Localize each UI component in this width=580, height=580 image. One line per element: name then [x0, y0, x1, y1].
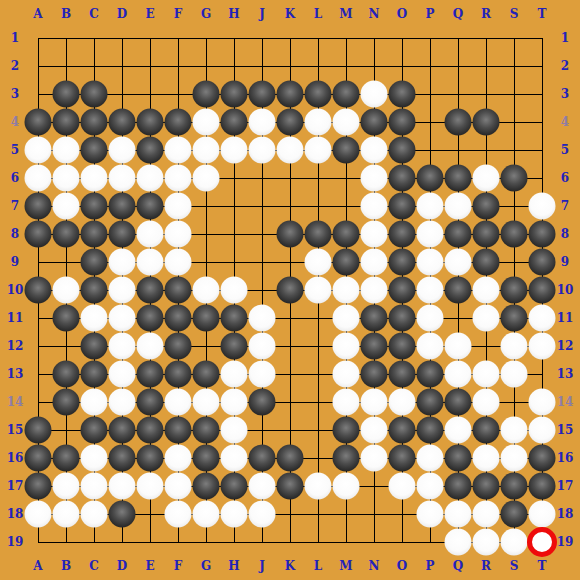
- point-E2[interactable]: [137, 53, 164, 80]
- stone-A5[interactable]: [25, 137, 52, 164]
- point-T13[interactable]: [529, 361, 556, 388]
- stone-N10[interactable]: [361, 277, 388, 304]
- stone-E16[interactable]: [137, 445, 164, 472]
- stone-D5[interactable]: [109, 137, 136, 164]
- stone-F13[interactable]: [165, 361, 192, 388]
- stone-S10[interactable]: [501, 277, 528, 304]
- stone-R18[interactable]: [473, 501, 500, 528]
- point-T2[interactable]: [529, 53, 556, 80]
- point-R2[interactable]: [473, 53, 500, 80]
- stone-Q12[interactable]: [445, 333, 472, 360]
- point-S1[interactable]: [501, 25, 528, 52]
- point-G2[interactable]: [193, 53, 220, 80]
- stone-N3[interactable]: [361, 81, 388, 108]
- point-T3[interactable]: [529, 81, 556, 108]
- point-S2[interactable]: [501, 53, 528, 80]
- stone-S18[interactable]: [501, 501, 528, 528]
- stone-T10[interactable]: [529, 277, 556, 304]
- point-F1[interactable]: [165, 25, 192, 52]
- stone-C12[interactable]: [81, 333, 108, 360]
- stone-O6[interactable]: [389, 165, 416, 192]
- stone-R8[interactable]: [473, 221, 500, 248]
- stone-P9[interactable]: [417, 249, 444, 276]
- point-L1[interactable]: [305, 25, 332, 52]
- stone-G4[interactable]: [193, 109, 220, 136]
- point-O1[interactable]: [389, 25, 416, 52]
- stone-B17[interactable]: [53, 473, 80, 500]
- point-D2[interactable]: [109, 53, 136, 80]
- stone-C14[interactable]: [81, 389, 108, 416]
- stone-N7[interactable]: [361, 193, 388, 220]
- stone-P14[interactable]: [417, 389, 444, 416]
- point-B15[interactable]: [53, 417, 80, 444]
- point-G8[interactable]: [193, 221, 220, 248]
- point-J9[interactable]: [249, 249, 276, 276]
- last-move-stone-T19[interactable]: [527, 527, 557, 557]
- stone-Q4[interactable]: [445, 109, 472, 136]
- stone-L10[interactable]: [305, 277, 332, 304]
- stone-H16[interactable]: [221, 445, 248, 472]
- stone-Q16[interactable]: [445, 445, 472, 472]
- stone-H13[interactable]: [221, 361, 248, 388]
- stone-F12[interactable]: [165, 333, 192, 360]
- stone-O8[interactable]: [389, 221, 416, 248]
- stone-M16[interactable]: [333, 445, 360, 472]
- stone-J13[interactable]: [249, 361, 276, 388]
- point-Q11[interactable]: [445, 305, 472, 332]
- stone-R17[interactable]: [473, 473, 500, 500]
- stone-C4[interactable]: [81, 109, 108, 136]
- stone-C10[interactable]: [81, 277, 108, 304]
- point-A12[interactable]: [25, 333, 52, 360]
- point-J1[interactable]: [249, 25, 276, 52]
- point-J10[interactable]: [249, 277, 276, 304]
- stone-Q10[interactable]: [445, 277, 472, 304]
- stone-N14[interactable]: [361, 389, 388, 416]
- stone-G15[interactable]: [193, 417, 220, 444]
- point-S14[interactable]: [501, 389, 528, 416]
- stone-C16[interactable]: [81, 445, 108, 472]
- point-H2[interactable]: [221, 53, 248, 80]
- point-F19[interactable]: [165, 529, 192, 556]
- stone-D16[interactable]: [109, 445, 136, 472]
- stone-Q14[interactable]: [445, 389, 472, 416]
- point-B1[interactable]: [53, 25, 80, 52]
- point-C1[interactable]: [81, 25, 108, 52]
- point-K18[interactable]: [277, 501, 304, 528]
- stone-E10[interactable]: [137, 277, 164, 304]
- point-D1[interactable]: [109, 25, 136, 52]
- point-B9[interactable]: [53, 249, 80, 276]
- stone-R15[interactable]: [473, 417, 500, 444]
- stone-O9[interactable]: [389, 249, 416, 276]
- point-N19[interactable]: [361, 529, 388, 556]
- stone-P17[interactable]: [417, 473, 444, 500]
- point-J19[interactable]: [249, 529, 276, 556]
- stone-M4[interactable]: [333, 109, 360, 136]
- stone-C11[interactable]: [81, 305, 108, 332]
- stone-Q9[interactable]: [445, 249, 472, 276]
- stone-G10[interactable]: [193, 277, 220, 304]
- stone-L3[interactable]: [305, 81, 332, 108]
- stone-R16[interactable]: [473, 445, 500, 472]
- stone-F10[interactable]: [165, 277, 192, 304]
- stone-H4[interactable]: [221, 109, 248, 136]
- stone-K8[interactable]: [277, 221, 304, 248]
- point-J15[interactable]: [249, 417, 276, 444]
- point-L2[interactable]: [305, 53, 332, 80]
- stone-J18[interactable]: [249, 501, 276, 528]
- point-L6[interactable]: [305, 165, 332, 192]
- stone-M10[interactable]: [333, 277, 360, 304]
- stone-R19[interactable]: [473, 529, 500, 556]
- stone-F16[interactable]: [165, 445, 192, 472]
- point-K7[interactable]: [277, 193, 304, 220]
- stone-N6[interactable]: [361, 165, 388, 192]
- stone-F9[interactable]: [165, 249, 192, 276]
- stone-P6[interactable]: [417, 165, 444, 192]
- point-B12[interactable]: [53, 333, 80, 360]
- stone-C5[interactable]: [81, 137, 108, 164]
- stone-M11[interactable]: [333, 305, 360, 332]
- stone-S11[interactable]: [501, 305, 528, 332]
- point-M1[interactable]: [333, 25, 360, 52]
- stone-G14[interactable]: [193, 389, 220, 416]
- stone-D7[interactable]: [109, 193, 136, 220]
- stone-C7[interactable]: [81, 193, 108, 220]
- point-K19[interactable]: [277, 529, 304, 556]
- stone-P10[interactable]: [417, 277, 444, 304]
- stone-P15[interactable]: [417, 417, 444, 444]
- point-S3[interactable]: [501, 81, 528, 108]
- stone-A7[interactable]: [25, 193, 52, 220]
- point-A14[interactable]: [25, 389, 52, 416]
- point-O2[interactable]: [389, 53, 416, 80]
- point-N2[interactable]: [361, 53, 388, 80]
- point-K6[interactable]: [277, 165, 304, 192]
- point-L11[interactable]: [305, 305, 332, 332]
- stone-O17[interactable]: [389, 473, 416, 500]
- point-P1[interactable]: [417, 25, 444, 52]
- point-K12[interactable]: [277, 333, 304, 360]
- point-E18[interactable]: [137, 501, 164, 528]
- stone-A10[interactable]: [25, 277, 52, 304]
- stone-N8[interactable]: [361, 221, 388, 248]
- stone-M9[interactable]: [333, 249, 360, 276]
- stone-Q8[interactable]: [445, 221, 472, 248]
- stone-D12[interactable]: [109, 333, 136, 360]
- stone-O12[interactable]: [389, 333, 416, 360]
- point-Q3[interactable]: [445, 81, 472, 108]
- point-D19[interactable]: [109, 529, 136, 556]
- stone-C15[interactable]: [81, 417, 108, 444]
- stone-K4[interactable]: [277, 109, 304, 136]
- point-A2[interactable]: [25, 53, 52, 80]
- stone-M8[interactable]: [333, 221, 360, 248]
- stone-B8[interactable]: [53, 221, 80, 248]
- point-L7[interactable]: [305, 193, 332, 220]
- point-L19[interactable]: [305, 529, 332, 556]
- point-P19[interactable]: [417, 529, 444, 556]
- stone-T8[interactable]: [529, 221, 556, 248]
- stone-C3[interactable]: [81, 81, 108, 108]
- point-T6[interactable]: [529, 165, 556, 192]
- stone-F7[interactable]: [165, 193, 192, 220]
- stone-M17[interactable]: [333, 473, 360, 500]
- stone-M15[interactable]: [333, 417, 360, 444]
- stone-L5[interactable]: [305, 137, 332, 164]
- stone-P13[interactable]: [417, 361, 444, 388]
- stone-M12[interactable]: [333, 333, 360, 360]
- stone-R10[interactable]: [473, 277, 500, 304]
- stone-F11[interactable]: [165, 305, 192, 332]
- stone-O11[interactable]: [389, 305, 416, 332]
- point-P2[interactable]: [417, 53, 444, 80]
- stone-S8[interactable]: [501, 221, 528, 248]
- stone-H17[interactable]: [221, 473, 248, 500]
- point-L18[interactable]: [305, 501, 332, 528]
- point-L16[interactable]: [305, 445, 332, 472]
- point-K2[interactable]: [277, 53, 304, 80]
- point-B19[interactable]: [53, 529, 80, 556]
- stone-N11[interactable]: [361, 305, 388, 332]
- point-D3[interactable]: [109, 81, 136, 108]
- point-G19[interactable]: [193, 529, 220, 556]
- stone-T18[interactable]: [529, 501, 556, 528]
- stone-Q7[interactable]: [445, 193, 472, 220]
- point-M19[interactable]: [333, 529, 360, 556]
- point-E3[interactable]: [137, 81, 164, 108]
- stone-J5[interactable]: [249, 137, 276, 164]
- stone-C8[interactable]: [81, 221, 108, 248]
- point-G7[interactable]: [193, 193, 220, 220]
- stone-A15[interactable]: [25, 417, 52, 444]
- stone-M13[interactable]: [333, 361, 360, 388]
- point-E1[interactable]: [137, 25, 164, 52]
- stone-D4[interactable]: [109, 109, 136, 136]
- point-B2[interactable]: [53, 53, 80, 80]
- stone-A16[interactable]: [25, 445, 52, 472]
- stone-B16[interactable]: [53, 445, 80, 472]
- stone-E5[interactable]: [137, 137, 164, 164]
- stone-T16[interactable]: [529, 445, 556, 472]
- stone-Q6[interactable]: [445, 165, 472, 192]
- point-P3[interactable]: [417, 81, 444, 108]
- stone-N9[interactable]: [361, 249, 388, 276]
- stone-D6[interactable]: [109, 165, 136, 192]
- point-K11[interactable]: [277, 305, 304, 332]
- point-A13[interactable]: [25, 361, 52, 388]
- stone-B10[interactable]: [53, 277, 80, 304]
- stone-J17[interactable]: [249, 473, 276, 500]
- stone-E11[interactable]: [137, 305, 164, 332]
- stone-B4[interactable]: [53, 109, 80, 136]
- point-H7[interactable]: [221, 193, 248, 220]
- stone-R13[interactable]: [473, 361, 500, 388]
- point-T4[interactable]: [529, 109, 556, 136]
- stone-B11[interactable]: [53, 305, 80, 332]
- stone-Q19[interactable]: [445, 529, 472, 556]
- point-L13[interactable]: [305, 361, 332, 388]
- point-R5[interactable]: [473, 137, 500, 164]
- point-J7[interactable]: [249, 193, 276, 220]
- stone-K17[interactable]: [277, 473, 304, 500]
- stone-S6[interactable]: [501, 165, 528, 192]
- point-S9[interactable]: [501, 249, 528, 276]
- stone-D11[interactable]: [109, 305, 136, 332]
- point-M6[interactable]: [333, 165, 360, 192]
- stone-D17[interactable]: [109, 473, 136, 500]
- stone-B14[interactable]: [53, 389, 80, 416]
- point-R3[interactable]: [473, 81, 500, 108]
- stone-D18[interactable]: [109, 501, 136, 528]
- stone-E17[interactable]: [137, 473, 164, 500]
- stone-E4[interactable]: [137, 109, 164, 136]
- stone-H14[interactable]: [221, 389, 248, 416]
- point-P4[interactable]: [417, 109, 444, 136]
- stone-Q17[interactable]: [445, 473, 472, 500]
- stone-E7[interactable]: [137, 193, 164, 220]
- stone-A18[interactable]: [25, 501, 52, 528]
- stone-S19[interactable]: [501, 529, 528, 556]
- stone-T17[interactable]: [529, 473, 556, 500]
- stone-K10[interactable]: [277, 277, 304, 304]
- point-F3[interactable]: [165, 81, 192, 108]
- stone-S12[interactable]: [501, 333, 528, 360]
- stone-B18[interactable]: [53, 501, 80, 528]
- stone-M14[interactable]: [333, 389, 360, 416]
- point-M2[interactable]: [333, 53, 360, 80]
- stone-N12[interactable]: [361, 333, 388, 360]
- point-K13[interactable]: [277, 361, 304, 388]
- stone-D9[interactable]: [109, 249, 136, 276]
- stone-H11[interactable]: [221, 305, 248, 332]
- stone-B5[interactable]: [53, 137, 80, 164]
- stone-H15[interactable]: [221, 417, 248, 444]
- stone-T7[interactable]: [529, 193, 556, 220]
- stone-B13[interactable]: [53, 361, 80, 388]
- stone-P8[interactable]: [417, 221, 444, 248]
- stone-F14[interactable]: [165, 389, 192, 416]
- point-A9[interactable]: [25, 249, 52, 276]
- point-H19[interactable]: [221, 529, 248, 556]
- stone-N5[interactable]: [361, 137, 388, 164]
- point-K1[interactable]: [277, 25, 304, 52]
- stone-S13[interactable]: [501, 361, 528, 388]
- point-H9[interactable]: [221, 249, 248, 276]
- point-O18[interactable]: [389, 501, 416, 528]
- stone-G17[interactable]: [193, 473, 220, 500]
- stone-H3[interactable]: [221, 81, 248, 108]
- point-R1[interactable]: [473, 25, 500, 52]
- point-G1[interactable]: [193, 25, 220, 52]
- point-C19[interactable]: [81, 529, 108, 556]
- point-S4[interactable]: [501, 109, 528, 136]
- point-K15[interactable]: [277, 417, 304, 444]
- point-T5[interactable]: [529, 137, 556, 164]
- stone-J12[interactable]: [249, 333, 276, 360]
- stone-S16[interactable]: [501, 445, 528, 472]
- point-L15[interactable]: [305, 417, 332, 444]
- stone-R4[interactable]: [473, 109, 500, 136]
- point-A11[interactable]: [25, 305, 52, 332]
- stone-H12[interactable]: [221, 333, 248, 360]
- stone-F15[interactable]: [165, 417, 192, 444]
- stone-C18[interactable]: [81, 501, 108, 528]
- point-J2[interactable]: [249, 53, 276, 80]
- stone-T11[interactable]: [529, 305, 556, 332]
- stone-J4[interactable]: [249, 109, 276, 136]
- stone-K5[interactable]: [277, 137, 304, 164]
- point-E19[interactable]: [137, 529, 164, 556]
- stone-R7[interactable]: [473, 193, 500, 220]
- point-R12[interactable]: [473, 333, 500, 360]
- point-N18[interactable]: [361, 501, 388, 528]
- point-G12[interactable]: [193, 333, 220, 360]
- stone-K3[interactable]: [277, 81, 304, 108]
- stone-D14[interactable]: [109, 389, 136, 416]
- stone-M5[interactable]: [333, 137, 360, 164]
- stone-Q15[interactable]: [445, 417, 472, 444]
- point-M18[interactable]: [333, 501, 360, 528]
- stone-G16[interactable]: [193, 445, 220, 472]
- stone-F8[interactable]: [165, 221, 192, 248]
- stone-O3[interactable]: [389, 81, 416, 108]
- stone-O13[interactable]: [389, 361, 416, 388]
- stone-D8[interactable]: [109, 221, 136, 248]
- point-C2[interactable]: [81, 53, 108, 80]
- stone-G11[interactable]: [193, 305, 220, 332]
- stone-F4[interactable]: [165, 109, 192, 136]
- point-K14[interactable]: [277, 389, 304, 416]
- stone-C17[interactable]: [81, 473, 108, 500]
- point-Q1[interactable]: [445, 25, 472, 52]
- stone-Q18[interactable]: [445, 501, 472, 528]
- point-N1[interactable]: [361, 25, 388, 52]
- stone-J11[interactable]: [249, 305, 276, 332]
- stone-C9[interactable]: [81, 249, 108, 276]
- stone-Q13[interactable]: [445, 361, 472, 388]
- stone-E6[interactable]: [137, 165, 164, 192]
- point-S5[interactable]: [501, 137, 528, 164]
- stone-N4[interactable]: [361, 109, 388, 136]
- stone-L8[interactable]: [305, 221, 332, 248]
- stone-H5[interactable]: [221, 137, 248, 164]
- point-A1[interactable]: [25, 25, 52, 52]
- stone-P11[interactable]: [417, 305, 444, 332]
- stone-A17[interactable]: [25, 473, 52, 500]
- point-A19[interactable]: [25, 529, 52, 556]
- stone-E14[interactable]: [137, 389, 164, 416]
- stone-O5[interactable]: [389, 137, 416, 164]
- point-L14[interactable]: [305, 389, 332, 416]
- point-F2[interactable]: [165, 53, 192, 80]
- stone-S15[interactable]: [501, 417, 528, 444]
- point-T1[interactable]: [529, 25, 556, 52]
- stone-O4[interactable]: [389, 109, 416, 136]
- stone-J3[interactable]: [249, 81, 276, 108]
- stone-N16[interactable]: [361, 445, 388, 472]
- stone-R14[interactable]: [473, 389, 500, 416]
- stone-R9[interactable]: [473, 249, 500, 276]
- point-O19[interactable]: [389, 529, 416, 556]
- point-N17[interactable]: [361, 473, 388, 500]
- point-J8[interactable]: [249, 221, 276, 248]
- stone-G3[interactable]: [193, 81, 220, 108]
- stone-G5[interactable]: [193, 137, 220, 164]
- stone-O7[interactable]: [389, 193, 416, 220]
- stone-O16[interactable]: [389, 445, 416, 472]
